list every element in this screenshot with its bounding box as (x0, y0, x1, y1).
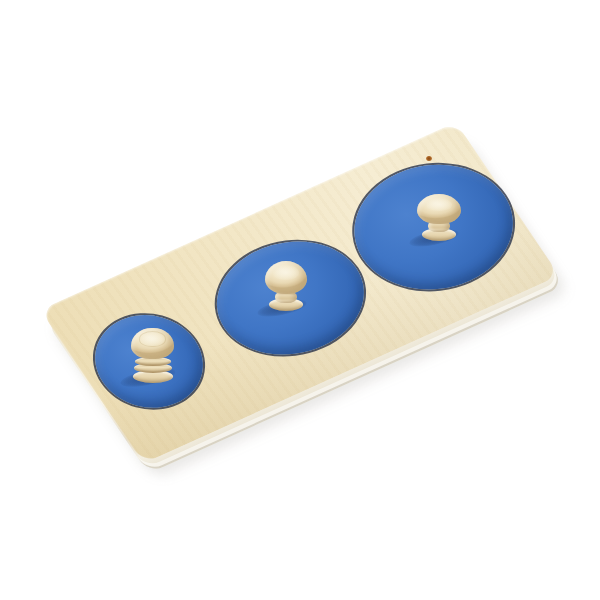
photo-scene (0, 0, 600, 600)
knob-cap (417, 194, 461, 224)
medium-piece-knob[interactable] (263, 259, 309, 311)
knob-cap (265, 261, 307, 294)
knob-cap (131, 328, 174, 359)
large-piece-knob[interactable] (415, 192, 463, 244)
small-piece-knob[interactable] (129, 326, 177, 384)
wood-blemish-dot (426, 156, 432, 161)
